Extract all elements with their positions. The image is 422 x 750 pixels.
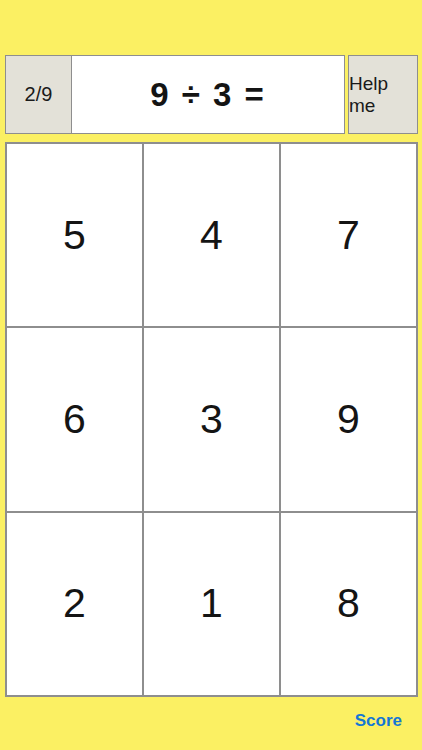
answer-cell[interactable]: 4	[144, 144, 279, 326]
quiz-screen: 2/9 9 ÷ 3 = Help me 5 4 7 6 3 9 2 1 8 Sc…	[0, 0, 422, 750]
answer-cell[interactable]: 7	[281, 144, 416, 326]
answer-cell[interactable]: 1	[144, 513, 279, 695]
score-link[interactable]: Score	[355, 711, 402, 731]
answer-cell[interactable]: 8	[281, 513, 416, 695]
answer-cell[interactable]: 2	[7, 513, 142, 695]
answer-cell[interactable]: 5	[7, 144, 142, 326]
answer-cell[interactable]: 9	[281, 328, 416, 510]
answer-grid: 5 4 7 6 3 9 2 1 8	[5, 142, 418, 697]
question-display: 9 ÷ 3 =	[71, 55, 345, 134]
question-bar: 2/9 9 ÷ 3 = Help me	[5, 55, 418, 134]
answer-cell[interactable]: 3	[144, 328, 279, 510]
progress-counter: 2/9	[5, 55, 72, 134]
help-me-button[interactable]: Help me	[348, 55, 418, 134]
answer-cell[interactable]: 6	[7, 328, 142, 510]
